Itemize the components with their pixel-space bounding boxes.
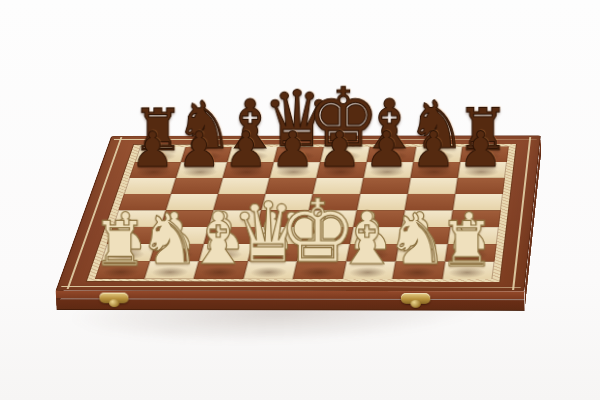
square-c8[interactable]	[227, 147, 277, 163]
square-a6[interactable]	[124, 178, 176, 194]
square-e7[interactable]	[316, 162, 366, 178]
square-b7[interactable]	[176, 162, 227, 178]
square-g8[interactable]	[413, 147, 462, 163]
square-a7[interactable]	[129, 162, 181, 178]
board-front-side	[56, 291, 525, 311]
square-f8[interactable]	[367, 147, 416, 163]
square-e8[interactable]	[320, 147, 370, 163]
square-c7[interactable]	[223, 162, 274, 178]
square-d8[interactable]	[274, 147, 324, 163]
brass-clasp-right	[401, 293, 431, 304]
white-rook-glyph: ♜	[405, 213, 530, 276]
brass-clasp-left	[99, 293, 128, 304]
square-b8[interactable]	[181, 147, 232, 162]
square-f7[interactable]	[363, 162, 413, 178]
square-h8[interactable]	[460, 146, 509, 162]
square-a8[interactable]	[135, 147, 186, 162]
chess-board: ♜♞♝♛♚♝♞♜♟♟♟♟♟♟♟♟♟♟♟♟♟♟♟♟♜♞♝♛♚♝♞♜	[56, 136, 541, 292]
photo-scene: ♜♞♝♛♚♝♞♜♟♟♟♟♟♟♟♟♟♟♟♟♟♟♟♟♜♞♝♛♚♝♞♜	[0, 0, 600, 400]
square-h7[interactable]	[458, 162, 507, 178]
piece-white-rook-h1[interactable]: ♜	[441, 261, 493, 279]
square-g6[interactable]	[408, 178, 458, 194]
square-d7[interactable]	[270, 162, 321, 178]
square-h6[interactable]	[455, 178, 505, 194]
square-g7[interactable]	[411, 162, 461, 178]
